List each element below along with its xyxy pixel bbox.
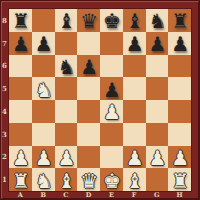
square-c7[interactable]	[55, 32, 78, 55]
piece-black-knight-g8[interactable]: ♞	[148, 10, 166, 32]
file-label-d: D	[77, 191, 100, 200]
square-b2[interactable]: ♟	[32, 146, 55, 169]
chess-board: ♜♝♛♚♝♞♜♟♟♟♟♟♞♟♞♟♟♟♟♟♟♟♟♜♞♝♛♚♝♜	[9, 9, 191, 191]
square-d2[interactable]	[77, 146, 100, 169]
square-b8[interactable]	[32, 9, 55, 32]
chess-diagram: 87654321 ABCDEFGH ♜♝♛♚♝♞♜♟♟♟♟♟♞♟♞♟♟♟♟♟♟♟…	[0, 0, 200, 200]
square-e7[interactable]	[100, 32, 123, 55]
square-h7[interactable]: ♟	[168, 32, 191, 55]
piece-white-rook-a1[interactable]: ♜	[12, 169, 30, 191]
square-e5[interactable]: ♟	[100, 77, 123, 100]
rank-labels: 87654321	[0, 9, 9, 191]
square-h3[interactable]	[168, 123, 191, 146]
square-f7[interactable]: ♟	[123, 32, 146, 55]
rank-label-3: 3	[0, 123, 9, 146]
piece-white-pawn-c2[interactable]: ♟	[57, 146, 75, 168]
piece-white-bishop-f1[interactable]: ♝	[126, 169, 144, 191]
piece-white-bishop-c1[interactable]: ♝	[57, 169, 75, 191]
square-a3[interactable]	[9, 123, 32, 146]
rank-label-4: 4	[0, 100, 9, 123]
square-f8[interactable]: ♝	[123, 9, 146, 32]
square-c6[interactable]: ♞	[55, 55, 78, 78]
square-g3[interactable]	[146, 123, 169, 146]
piece-black-pawn-h7[interactable]: ♟	[171, 33, 189, 55]
square-f1[interactable]: ♝	[123, 168, 146, 191]
piece-black-pawn-g7[interactable]: ♟	[148, 33, 166, 55]
square-d3[interactable]	[77, 123, 100, 146]
file-label-h: H	[168, 191, 191, 200]
square-g7[interactable]: ♟	[146, 32, 169, 55]
file-label-e: E	[100, 191, 123, 200]
file-label-b: B	[32, 191, 55, 200]
file-label-c: C	[55, 191, 78, 200]
square-g5[interactable]	[146, 77, 169, 100]
rank-label-6: 6	[0, 55, 9, 78]
square-a1[interactable]: ♜	[9, 168, 32, 191]
square-h8[interactable]: ♜	[168, 9, 191, 32]
square-e8[interactable]: ♚	[100, 9, 123, 32]
piece-black-bishop-c8[interactable]: ♝	[57, 10, 75, 32]
piece-white-knight-b5[interactable]: ♞	[35, 78, 53, 100]
piece-black-king-e8[interactable]: ♚	[103, 10, 121, 32]
square-e4[interactable]: ♟	[100, 100, 123, 123]
square-b7[interactable]: ♟	[32, 32, 55, 55]
piece-black-pawn-a7[interactable]: ♟	[12, 33, 30, 55]
square-e6[interactable]	[100, 55, 123, 78]
rank-label-1: 1	[0, 168, 9, 191]
square-a8[interactable]: ♜	[9, 9, 32, 32]
square-c4[interactable]	[55, 100, 78, 123]
square-b3[interactable]	[32, 123, 55, 146]
square-c5[interactable]	[55, 77, 78, 100]
square-h5[interactable]	[168, 77, 191, 100]
square-b1[interactable]: ♞	[32, 168, 55, 191]
square-h1[interactable]: ♜	[168, 168, 191, 191]
square-d5[interactable]	[77, 77, 100, 100]
square-c8[interactable]: ♝	[55, 9, 78, 32]
piece-white-king-e1[interactable]: ♚	[103, 169, 121, 191]
piece-white-pawn-b2[interactable]: ♟	[35, 146, 53, 168]
piece-white-pawn-a2[interactable]: ♟	[12, 146, 30, 168]
square-d1[interactable]: ♛	[77, 168, 100, 191]
rank-label-2: 2	[0, 146, 9, 169]
piece-white-rook-h1[interactable]: ♜	[171, 169, 189, 191]
square-c2[interactable]: ♟	[55, 146, 78, 169]
piece-black-queen-d8[interactable]: ♛	[80, 10, 98, 32]
square-h2[interactable]: ♟	[168, 146, 191, 169]
square-e3[interactable]	[100, 123, 123, 146]
square-f2[interactable]: ♟	[123, 146, 146, 169]
square-d6[interactable]: ♟	[77, 55, 100, 78]
square-b5[interactable]: ♞	[32, 77, 55, 100]
piece-black-knight-c6[interactable]: ♞	[57, 55, 75, 77]
square-g2[interactable]: ♟	[146, 146, 169, 169]
file-label-g: G	[146, 191, 169, 200]
square-d7[interactable]	[77, 32, 100, 55]
square-a4[interactable]	[9, 100, 32, 123]
square-f6[interactable]	[123, 55, 146, 78]
square-f4[interactable]	[123, 100, 146, 123]
piece-white-pawn-g2[interactable]: ♟	[148, 146, 166, 168]
file-label-f: F	[123, 191, 146, 200]
square-g6[interactable]	[146, 55, 169, 78]
rank-label-7: 7	[0, 32, 9, 55]
piece-white-pawn-e4[interactable]: ♟	[103, 101, 121, 123]
square-c1[interactable]: ♝	[55, 168, 78, 191]
file-label-a: A	[9, 191, 32, 200]
square-h6[interactable]	[168, 55, 191, 78]
piece-black-pawn-f7[interactable]: ♟	[126, 33, 144, 55]
square-g4[interactable]	[146, 100, 169, 123]
piece-black-pawn-d6[interactable]: ♟	[80, 55, 98, 77]
square-c3[interactable]	[55, 123, 78, 146]
square-a6[interactable]	[9, 55, 32, 78]
square-b4[interactable]	[32, 100, 55, 123]
square-h4[interactable]	[168, 100, 191, 123]
square-d8[interactable]: ♛	[77, 9, 100, 32]
square-g8[interactable]: ♞	[146, 9, 169, 32]
square-a7[interactable]: ♟	[9, 32, 32, 55]
piece-black-pawn-b7[interactable]: ♟	[35, 33, 53, 55]
square-a5[interactable]	[9, 77, 32, 100]
square-g1[interactable]	[146, 168, 169, 191]
square-f5[interactable]	[123, 77, 146, 100]
rank-label-8: 8	[0, 9, 9, 32]
piece-black-rook-h8[interactable]: ♜	[171, 10, 189, 32]
piece-white-queen-d1[interactable]: ♛	[80, 169, 98, 191]
piece-black-bishop-f8[interactable]: ♝	[126, 10, 144, 32]
piece-white-knight-b1[interactable]: ♞	[35, 169, 53, 191]
rank-label-5: 5	[0, 77, 9, 100]
file-labels: ABCDEFGH	[9, 191, 191, 200]
square-f3[interactable]	[123, 123, 146, 146]
square-e1[interactable]: ♚	[100, 168, 123, 191]
piece-white-pawn-h2[interactable]: ♟	[171, 146, 189, 168]
square-e2[interactable]	[100, 146, 123, 169]
piece-black-rook-a8[interactable]: ♜	[12, 10, 30, 32]
square-d4[interactable]	[77, 100, 100, 123]
square-a2[interactable]: ♟	[9, 146, 32, 169]
square-b6[interactable]	[32, 55, 55, 78]
piece-white-pawn-f2[interactable]: ♟	[126, 146, 144, 168]
piece-black-pawn-e5[interactable]: ♟	[103, 78, 121, 100]
